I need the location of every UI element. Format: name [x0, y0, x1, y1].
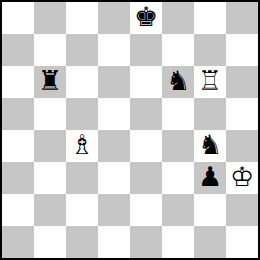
square-c6[interactable]	[66, 66, 98, 98]
square-f3[interactable]	[162, 162, 194, 194]
square-f5[interactable]	[162, 98, 194, 130]
square-d3[interactable]	[98, 162, 130, 194]
square-e7[interactable]	[130, 34, 162, 66]
square-b6[interactable]: ♜	[34, 66, 66, 98]
square-b5[interactable]	[34, 98, 66, 130]
square-d4[interactable]	[98, 130, 130, 162]
square-g6[interactable]: ♖	[194, 66, 226, 98]
square-h2[interactable]	[226, 194, 258, 226]
square-g5[interactable]	[194, 98, 226, 130]
square-e2[interactable]	[130, 194, 162, 226]
black-knight-piece: ♞	[166, 66, 190, 97]
square-a6[interactable]	[2, 66, 34, 98]
square-b7[interactable]	[34, 34, 66, 66]
square-e5[interactable]	[130, 98, 162, 130]
square-f1[interactable]	[162, 226, 194, 258]
square-f8[interactable]	[162, 2, 194, 34]
square-g4[interactable]: ♞	[194, 130, 226, 162]
square-e6[interactable]	[130, 66, 162, 98]
square-a4[interactable]	[2, 130, 34, 162]
square-f4[interactable]	[162, 130, 194, 162]
square-b2[interactable]	[34, 194, 66, 226]
square-d7[interactable]	[98, 34, 130, 66]
square-b8[interactable]	[34, 2, 66, 34]
square-e4[interactable]	[130, 130, 162, 162]
square-h4[interactable]	[226, 130, 258, 162]
square-d2[interactable]	[98, 194, 130, 226]
black-pawn-piece: ♟	[198, 162, 222, 193]
square-d6[interactable]	[98, 66, 130, 98]
square-c8[interactable]	[66, 2, 98, 34]
square-h5[interactable]	[226, 98, 258, 130]
square-a7[interactable]	[2, 34, 34, 66]
square-c5[interactable]	[66, 98, 98, 130]
square-f6[interactable]: ♞	[162, 66, 194, 98]
square-f7[interactable]	[162, 34, 194, 66]
black-king-piece: ♚	[134, 2, 158, 33]
square-b4[interactable]	[34, 130, 66, 162]
square-h8[interactable]	[226, 2, 258, 34]
square-g8[interactable]	[194, 2, 226, 34]
square-b3[interactable]	[34, 162, 66, 194]
square-a8[interactable]	[2, 2, 34, 34]
chess-diagram: ♚♜♞♖♗♞♟♔	[0, 0, 260, 260]
chess-board: ♚♜♞♖♗♞♟♔	[0, 0, 260, 260]
square-e3[interactable]	[130, 162, 162, 194]
square-a1[interactable]	[2, 226, 34, 258]
white-king-piece: ♔	[230, 162, 254, 193]
square-g2[interactable]	[194, 194, 226, 226]
square-c1[interactable]	[66, 226, 98, 258]
square-h7[interactable]	[226, 34, 258, 66]
square-f2[interactable]	[162, 194, 194, 226]
square-h3[interactable]: ♔	[226, 162, 258, 194]
square-a3[interactable]	[2, 162, 34, 194]
square-b1[interactable]	[34, 226, 66, 258]
white-rook-piece: ♖	[198, 66, 222, 97]
square-c7[interactable]	[66, 34, 98, 66]
square-a2[interactable]	[2, 194, 34, 226]
square-g3[interactable]: ♟	[194, 162, 226, 194]
square-e1[interactable]	[130, 226, 162, 258]
square-h1[interactable]	[226, 226, 258, 258]
square-c3[interactable]	[66, 162, 98, 194]
black-knight-piece: ♞	[198, 130, 222, 161]
square-h6[interactable]	[226, 66, 258, 98]
square-g7[interactable]	[194, 34, 226, 66]
square-c4[interactable]: ♗	[66, 130, 98, 162]
black-rook-piece: ♜	[38, 66, 62, 97]
square-d5[interactable]	[98, 98, 130, 130]
white-bishop-piece: ♗	[70, 130, 94, 161]
square-c2[interactable]	[66, 194, 98, 226]
square-d1[interactable]	[98, 226, 130, 258]
square-a5[interactable]	[2, 98, 34, 130]
square-e8[interactable]: ♚	[130, 2, 162, 34]
square-g1[interactable]	[194, 226, 226, 258]
square-d8[interactable]	[98, 2, 130, 34]
